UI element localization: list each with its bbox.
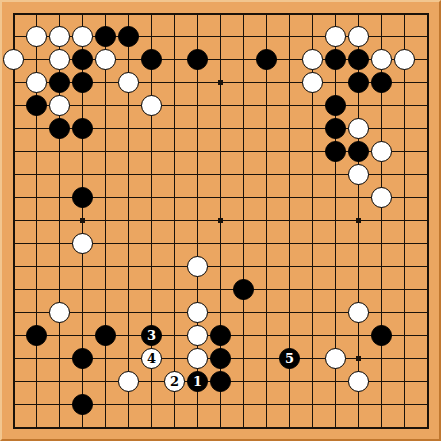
board-intersection: [232, 255, 255, 278]
board-intersection: [2, 324, 25, 347]
board-intersection: [71, 2, 94, 25]
board-intersection: [255, 416, 278, 439]
board-intersection: [163, 232, 186, 255]
board-intersection: [278, 71, 301, 94]
board-intersection: [370, 25, 393, 48]
board-intersection: [393, 255, 416, 278]
board-intersection: [278, 186, 301, 209]
board-intersection: [416, 278, 439, 301]
board-intersection: [71, 209, 94, 232]
board-intersection: [71, 301, 94, 324]
board-intersection: [347, 347, 370, 370]
board-intersection: [94, 416, 117, 439]
board-intersection: [393, 163, 416, 186]
board-intersection: [347, 94, 370, 117]
black-stone: [72, 118, 93, 139]
board-intersection: [140, 209, 163, 232]
board-intersection: [117, 393, 140, 416]
board-intersection: [186, 393, 209, 416]
white-stone: [371, 49, 392, 70]
white-stone: [3, 49, 24, 70]
board-intersection: [255, 278, 278, 301]
board-intersection: [186, 301, 209, 324]
white-stone: [95, 49, 116, 70]
board-intersection: [94, 25, 117, 48]
board-intersection: [117, 347, 140, 370]
board-intersection: [25, 186, 48, 209]
board-intersection: [48, 301, 71, 324]
board-intersection: [324, 347, 347, 370]
board-intersection: [163, 324, 186, 347]
board-intersection: [71, 347, 94, 370]
board-intersection: [94, 324, 117, 347]
board-intersection: [278, 117, 301, 140]
black-stone: [210, 325, 231, 346]
board-intersection: [48, 416, 71, 439]
white-stone: [187, 325, 208, 346]
board-intersection: [324, 94, 347, 117]
board-intersection: [2, 301, 25, 324]
board-intersection: [71, 163, 94, 186]
board-intersection: [186, 416, 209, 439]
board-intersection: [209, 117, 232, 140]
board-intersection: [416, 48, 439, 71]
board-intersection: [301, 416, 324, 439]
board-intersection: [278, 94, 301, 117]
board-intersection: [416, 416, 439, 439]
board-intersection: [301, 278, 324, 301]
board-intersection: [347, 232, 370, 255]
board-intersection: [2, 209, 25, 232]
board-intersection: [94, 140, 117, 163]
black-stone: [72, 49, 93, 70]
board-intersection: [347, 324, 370, 347]
board-intersection: [370, 209, 393, 232]
board-intersection: [324, 232, 347, 255]
board-intersection: [347, 117, 370, 140]
board-intersection: [163, 48, 186, 71]
board-intersection: [163, 94, 186, 117]
board-intersection: [301, 186, 324, 209]
board-intersection: [209, 2, 232, 25]
board-intersection: [140, 2, 163, 25]
board-intersection: [186, 232, 209, 255]
white-stone: [72, 233, 93, 254]
board-intersection: [232, 2, 255, 25]
board-intersection: [140, 163, 163, 186]
board-intersection: [163, 209, 186, 232]
board-intersection: [117, 2, 140, 25]
board-intersection: [163, 255, 186, 278]
board-intersection: [25, 232, 48, 255]
board-intersection: [2, 278, 25, 301]
board-intersection: [278, 25, 301, 48]
white-stone: [302, 49, 323, 70]
board-intersection: [117, 25, 140, 48]
board-intersection: [140, 370, 163, 393]
board-intersection: [416, 393, 439, 416]
board-intersection: [186, 186, 209, 209]
board-intersection: [370, 140, 393, 163]
board-intersection: [71, 232, 94, 255]
board-intersection: [347, 186, 370, 209]
black-stone: [95, 325, 116, 346]
board-intersection: [278, 393, 301, 416]
board-intersection: [163, 186, 186, 209]
board-intersection: [324, 48, 347, 71]
board-intersection: [393, 416, 416, 439]
board-intersection: [324, 324, 347, 347]
move-3-stone-black: 3: [141, 325, 162, 346]
board-intersection: [48, 255, 71, 278]
black-stone: [210, 348, 231, 369]
board-intersection: [232, 186, 255, 209]
board-intersection: [232, 370, 255, 393]
board-intersection: [71, 255, 94, 278]
board-intersection: [370, 232, 393, 255]
board-intersection: [94, 186, 117, 209]
board-intersection: 2: [163, 370, 186, 393]
board-intersection: [393, 48, 416, 71]
board-intersection: [117, 278, 140, 301]
black-stone: [118, 26, 139, 47]
board-intersection: [301, 232, 324, 255]
board-intersection: [25, 94, 48, 117]
board-intersection: [2, 370, 25, 393]
board-intersection: [186, 25, 209, 48]
black-stone: [371, 72, 392, 93]
black-stone: [187, 49, 208, 70]
board-intersection: [301, 25, 324, 48]
board-intersection: [25, 393, 48, 416]
board-intersection: [232, 232, 255, 255]
board-intersection: [347, 370, 370, 393]
white-stone: [348, 371, 369, 392]
board-intersection: [324, 25, 347, 48]
board-intersection: [48, 209, 71, 232]
black-stone: [325, 141, 346, 162]
board-intersection: [255, 301, 278, 324]
black-stone: [325, 118, 346, 139]
board-intersection: [209, 163, 232, 186]
board-intersection: [2, 347, 25, 370]
board-intersection: [186, 140, 209, 163]
board-intersection: [324, 2, 347, 25]
board-intersection: [209, 370, 232, 393]
board-intersection: [324, 163, 347, 186]
board-intersection: [140, 255, 163, 278]
board-intersection: [209, 278, 232, 301]
board-intersection: [301, 94, 324, 117]
board-intersection: [25, 117, 48, 140]
board-intersection: [117, 370, 140, 393]
board-intersection: [163, 278, 186, 301]
board-intersection: [186, 48, 209, 71]
board-intersection: [48, 2, 71, 25]
board-intersection: [393, 209, 416, 232]
board-intersection: [94, 278, 117, 301]
board-intersection: [117, 232, 140, 255]
board-intersection: [278, 301, 301, 324]
board-intersection: [163, 393, 186, 416]
board-intersection: [416, 186, 439, 209]
board-intersection: [71, 416, 94, 439]
board-intersection: [2, 48, 25, 71]
board-intersection: [324, 186, 347, 209]
white-stone: [49, 49, 70, 70]
board-intersection: [370, 347, 393, 370]
board-intersection: [209, 232, 232, 255]
board-intersection: [186, 324, 209, 347]
board-intersection: [71, 393, 94, 416]
white-stone: [302, 72, 323, 93]
move-2-stone-white: 2: [164, 371, 185, 392]
white-stone: [49, 302, 70, 323]
board-intersection: [301, 301, 324, 324]
board-intersection: [2, 117, 25, 140]
white-stone: [325, 348, 346, 369]
black-stone: [325, 95, 346, 116]
board-intersection: [393, 94, 416, 117]
move-5-stone-black: 5: [279, 348, 300, 369]
board-intersection: [370, 2, 393, 25]
board-intersection: [278, 232, 301, 255]
board-intersection: [209, 25, 232, 48]
white-stone: [187, 348, 208, 369]
board-intersection: [94, 232, 117, 255]
board-intersection: [48, 324, 71, 347]
board-intersection: [393, 186, 416, 209]
board-intersection: 1: [186, 370, 209, 393]
board-intersection: [48, 370, 71, 393]
black-stone: [348, 141, 369, 162]
board-intersection: 4: [140, 347, 163, 370]
board-intersection: [347, 140, 370, 163]
board-intersection: [163, 117, 186, 140]
board-intersection: [186, 2, 209, 25]
white-stone: [118, 72, 139, 93]
board-intersection: [347, 48, 370, 71]
board-intersection: [163, 2, 186, 25]
board-intersection: [163, 163, 186, 186]
board-intersection: [393, 370, 416, 393]
board-intersection: [370, 71, 393, 94]
board-intersection: [255, 370, 278, 393]
board-intersection: [163, 71, 186, 94]
board-intersection: [255, 186, 278, 209]
board-intersection: [255, 255, 278, 278]
board-intersection: [347, 393, 370, 416]
board-intersection: [278, 2, 301, 25]
board-intersection: [117, 416, 140, 439]
board-intersection: [232, 117, 255, 140]
board-intersection: [232, 324, 255, 347]
board-intersection: [416, 324, 439, 347]
black-stone: [72, 187, 93, 208]
board-intersection: [48, 94, 71, 117]
board-intersection: [232, 393, 255, 416]
board-intersection: [25, 255, 48, 278]
board-intersection: [324, 117, 347, 140]
board-intersection: [301, 347, 324, 370]
board-intersection: [117, 301, 140, 324]
board-intersection: [209, 140, 232, 163]
black-stone: [233, 279, 254, 300]
board-intersection: [232, 71, 255, 94]
black-stone: [141, 49, 162, 70]
board-intersection: [2, 232, 25, 255]
board-intersection: [71, 278, 94, 301]
black-stone: [348, 49, 369, 70]
black-stone: [348, 72, 369, 93]
board-intersection: [209, 347, 232, 370]
board-intersection: [186, 163, 209, 186]
board-intersection: [25, 140, 48, 163]
white-stone: [187, 256, 208, 277]
board-intersection: [370, 186, 393, 209]
board-intersection: [140, 94, 163, 117]
board-intersection: [25, 416, 48, 439]
board-intersection: [255, 94, 278, 117]
board-intersection: [255, 140, 278, 163]
board-intersection: [301, 117, 324, 140]
board-intersection: [117, 209, 140, 232]
board-intersection: [209, 71, 232, 94]
board-intersection: [347, 209, 370, 232]
board-intersection: [255, 347, 278, 370]
board-intersection: [232, 347, 255, 370]
board-intersection: [94, 255, 117, 278]
board-intersection: [2, 186, 25, 209]
board-intersection: [255, 2, 278, 25]
board-intersection: [48, 25, 71, 48]
board-intersection: [186, 255, 209, 278]
board-intersection: [324, 255, 347, 278]
board-intersection: [370, 324, 393, 347]
board-intersection: [209, 393, 232, 416]
board-intersection: [71, 370, 94, 393]
white-stone: [49, 26, 70, 47]
board-intersection: [2, 2, 25, 25]
board-intersection: [347, 301, 370, 324]
board-intersection: [370, 416, 393, 439]
board-intersection: [2, 163, 25, 186]
black-stone: [49, 118, 70, 139]
board-intersection: [324, 393, 347, 416]
board-intersection: [186, 278, 209, 301]
board-intersection: [71, 94, 94, 117]
board-intersection: [140, 393, 163, 416]
board-intersection: [117, 186, 140, 209]
board-intersection: [255, 48, 278, 71]
board-intersection: [25, 324, 48, 347]
white-stone: [187, 302, 208, 323]
board-intersection: [94, 2, 117, 25]
board-intersection: [347, 416, 370, 439]
board-intersection: [416, 163, 439, 186]
board-intersection: [117, 117, 140, 140]
board-intersection: [324, 301, 347, 324]
board-intersection: [140, 232, 163, 255]
board-intersection: [2, 255, 25, 278]
board-intersection: [393, 117, 416, 140]
board-intersection: [2, 416, 25, 439]
board-intersection: [347, 2, 370, 25]
white-stone: [394, 49, 415, 70]
board-intersection: [117, 163, 140, 186]
board-intersection: [324, 416, 347, 439]
board-intersection: [232, 140, 255, 163]
board-intersection: [255, 71, 278, 94]
board-intersection: [416, 94, 439, 117]
board-intersection: [393, 25, 416, 48]
board-intersection: [209, 94, 232, 117]
black-stone: [72, 394, 93, 415]
black-stone: [72, 348, 93, 369]
board-intersection: [94, 117, 117, 140]
board-intersection: [94, 163, 117, 186]
board-intersection: [94, 393, 117, 416]
white-stone: [325, 26, 346, 47]
board-intersection: [255, 393, 278, 416]
board-intersection: [278, 209, 301, 232]
board-intersection: [117, 71, 140, 94]
board-intersection: [25, 347, 48, 370]
board-intersection: [140, 416, 163, 439]
board-intersection: 3: [140, 324, 163, 347]
white-stone: [371, 141, 392, 162]
board-intersection: [232, 416, 255, 439]
board-intersection: [255, 324, 278, 347]
board-intersection: [301, 2, 324, 25]
board-intersection: [370, 370, 393, 393]
board-intersection: [71, 25, 94, 48]
white-stone: [141, 95, 162, 116]
board-intersection: [393, 393, 416, 416]
white-stone: [26, 26, 47, 47]
white-stone: [371, 187, 392, 208]
board-intersection: [232, 278, 255, 301]
board-intersection: [347, 278, 370, 301]
board-intersection: [163, 301, 186, 324]
board-intersection: [278, 324, 301, 347]
black-stone: [325, 49, 346, 70]
board-intersection: [25, 370, 48, 393]
board-intersection: [25, 163, 48, 186]
black-stone: [72, 72, 93, 93]
board-intersection: [255, 25, 278, 48]
board-intersection: [278, 163, 301, 186]
board-intersection: [232, 94, 255, 117]
board-intersection: [416, 301, 439, 324]
board-intersection: [278, 416, 301, 439]
board-intersection: [94, 370, 117, 393]
board-intersection: [278, 370, 301, 393]
board-intersection: [140, 117, 163, 140]
black-stone: [49, 72, 70, 93]
board-intersection: [117, 324, 140, 347]
board-intersection: [94, 347, 117, 370]
board-intersection: [48, 71, 71, 94]
black-stone: [95, 26, 116, 47]
board-intersection: [140, 71, 163, 94]
board-intersection: [347, 163, 370, 186]
board-intersection: [209, 416, 232, 439]
board-intersection: [301, 209, 324, 232]
board-intersection: [232, 209, 255, 232]
board-intersection: [324, 209, 347, 232]
board-intersection: [2, 393, 25, 416]
